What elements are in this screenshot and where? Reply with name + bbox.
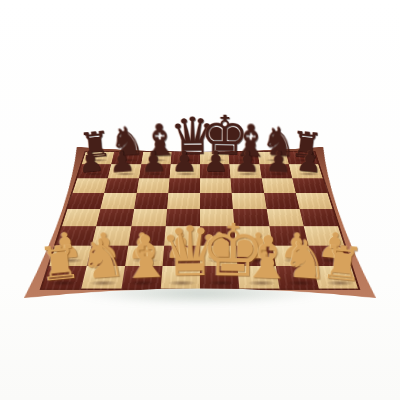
black-pawn-h7[interactable]: ♟ <box>293 146 327 178</box>
white-king-e1[interactable]: ♚ <box>200 214 241 287</box>
white-knight-g1[interactable]: ♞ <box>280 232 323 287</box>
white-bishop-c1[interactable]: ♝ <box>118 227 160 287</box>
white-rook-a1[interactable]: ♜ <box>36 238 80 289</box>
white-knight-b1[interactable]: ♞ <box>77 232 120 287</box>
black-pawn-e7[interactable]: ♟ <box>200 147 231 176</box>
black-pawn-d7[interactable]: ♟ <box>169 147 200 176</box>
pieces-layer: ♜♞♝♛♚♝♞♜♟♟♟♟♟♟♟♟♟♟♟♟♟♟♟♟♜♞♝♛♚♝♞♜ <box>24 147 376 298</box>
product-photo-scene: ♜♞♝♛♚♝♞♜♟♟♟♟♟♟♟♟♟♟♟♟♟♟♟♟♜♞♝♛♚♝♞♜ <box>0 0 400 400</box>
white-queen-d1[interactable]: ♛ <box>159 218 200 287</box>
black-pawn-c7[interactable]: ♟ <box>137 146 169 176</box>
chess-board: ♜♞♝♛♚♝♞♜♟♟♟♟♟♟♟♟♟♟♟♟♟♟♟♟♜♞♝♛♚♝♞♜ <box>24 147 376 298</box>
white-bishop-f1[interactable]: ♝ <box>240 227 282 287</box>
black-pawn-g7[interactable]: ♟ <box>262 146 295 177</box>
black-pawn-b7[interactable]: ♟ <box>105 146 138 177</box>
black-pawn-a7[interactable]: ♟ <box>74 146 108 178</box>
white-rook-h1[interactable]: ♜ <box>319 238 363 289</box>
black-pawn-f7[interactable]: ♟ <box>231 146 263 176</box>
